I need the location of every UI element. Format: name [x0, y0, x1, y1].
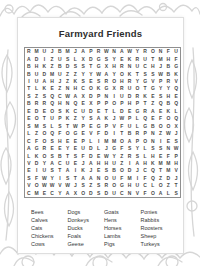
- grid-cell: D: [87, 145, 95, 152]
- grid-cell: T: [87, 63, 95, 70]
- grid-cell: L: [134, 115, 142, 122]
- grid-cell: S: [25, 175, 33, 182]
- grid-cell: E: [157, 152, 165, 159]
- grid-cell: G: [110, 145, 118, 152]
- word-item: Cows: [31, 240, 68, 248]
- grid-cell: N: [95, 175, 103, 182]
- grid-cell: O: [157, 182, 165, 189]
- grid-cell: P: [103, 122, 111, 129]
- grid-cell: R: [134, 55, 142, 62]
- grid-cell: U: [33, 78, 41, 85]
- grid-cell: O: [149, 190, 157, 197]
- grid-cell: P: [126, 115, 134, 122]
- grid-cell: G: [141, 122, 149, 129]
- grid-cell: V: [149, 78, 157, 85]
- grid-cell: M: [110, 137, 118, 144]
- grid-cell: S: [172, 137, 180, 144]
- grid-cell: Y: [41, 160, 49, 167]
- grid-cell: A: [126, 137, 134, 144]
- grid-cell: T: [118, 130, 126, 137]
- grid-cell: U: [110, 175, 118, 182]
- grid-cell: P: [95, 93, 103, 100]
- grid-cell: S: [103, 167, 111, 174]
- grid-cell: R: [141, 48, 149, 55]
- grid-cell: G: [141, 78, 149, 85]
- grid-cell: J: [110, 115, 118, 122]
- grid-cell: G: [172, 63, 180, 70]
- grid-cell: R: [165, 78, 173, 85]
- grid-cell: N: [64, 100, 72, 107]
- grid-cell: N: [157, 48, 165, 55]
- grid-cell: T: [149, 55, 157, 62]
- grid-cell: Y: [134, 48, 142, 55]
- grid-cell: Z: [33, 130, 41, 137]
- word-item: Ducks: [68, 224, 105, 232]
- grid-cell: I: [157, 137, 165, 144]
- grid-cell: C: [56, 160, 64, 167]
- grid-cell: T: [172, 182, 180, 189]
- word-item: Lambs: [104, 232, 141, 240]
- grid-cell: D: [87, 55, 95, 62]
- grid-cell: C: [141, 63, 149, 70]
- grid-cell: K: [141, 93, 149, 100]
- word-column: PoniesRabbitsRoostersSheepTurkeys: [141, 208, 178, 248]
- grid-cell: S: [48, 167, 56, 174]
- grid-cell: U: [79, 108, 87, 115]
- grid-cell: E: [157, 108, 165, 115]
- grid-cell: J: [56, 78, 64, 85]
- grid-cell: K: [64, 108, 72, 115]
- grid-cell: A: [25, 55, 33, 62]
- grid-cell: S: [79, 63, 87, 70]
- grid-cell: N: [110, 48, 118, 55]
- grid-cell: M: [103, 137, 111, 144]
- grid-cell: M: [157, 160, 165, 167]
- grid-cell: Q: [48, 100, 56, 107]
- grid-cell: T: [141, 85, 149, 92]
- grid-cell: H: [141, 160, 149, 167]
- grid-cell: V: [87, 130, 95, 137]
- grid-cell: Q: [48, 130, 56, 137]
- grid-cell: G: [118, 182, 126, 189]
- grid-cell: L: [141, 145, 149, 152]
- grid-cell: A: [87, 160, 95, 167]
- grid-cell: B: [56, 48, 64, 55]
- grid-cell: S: [64, 175, 72, 182]
- grid-cell: G: [72, 130, 80, 137]
- grid-cell: O: [87, 85, 95, 92]
- grid-cell: W: [172, 145, 180, 152]
- grid-cell: O: [165, 122, 173, 129]
- grid-cell: D: [41, 70, 49, 77]
- grid-cell: Q: [141, 115, 149, 122]
- grid-cell: P: [157, 78, 165, 85]
- grid-cell: O: [79, 190, 87, 197]
- grid-cell: E: [25, 108, 33, 115]
- grid-cell: E: [95, 152, 103, 159]
- grid-cell: F: [165, 152, 173, 159]
- grid-cell: X: [87, 100, 95, 107]
- grid-cell: S: [25, 122, 33, 129]
- grid-cell: Z: [72, 115, 80, 122]
- grid-cell: S: [149, 70, 157, 77]
- grid-cell: E: [72, 160, 80, 167]
- grid-cell: X: [79, 55, 87, 62]
- grid-cell: K: [126, 70, 134, 77]
- grid-cell: P: [134, 137, 142, 144]
- grid-cell: M: [165, 160, 173, 167]
- grid-cell: B: [56, 152, 64, 159]
- grid-cell: Z: [72, 70, 80, 77]
- grid-cell: E: [149, 93, 157, 100]
- grid-cell: K: [165, 108, 173, 115]
- grid-cell: D: [87, 93, 95, 100]
- grid-cell: U: [110, 160, 118, 167]
- grid-cell: Z: [157, 130, 165, 137]
- grid-cell: E: [172, 93, 180, 100]
- grid-cell: Y: [134, 78, 142, 85]
- grid-cell: U: [41, 167, 49, 174]
- grid-cell: E: [25, 167, 33, 174]
- grid-cell: A: [25, 145, 33, 152]
- grid-cell: F: [165, 48, 173, 55]
- grid-cell: A: [157, 190, 165, 197]
- grid-cell: H: [149, 152, 157, 159]
- grid-cell: M: [157, 55, 165, 62]
- grid-cell: P: [134, 100, 142, 107]
- grid-cell: T: [141, 100, 149, 107]
- grid-cell: Y: [79, 70, 87, 77]
- grid-cell: F: [95, 130, 103, 137]
- grid-cell: Z: [149, 100, 157, 107]
- grid-cell: H: [118, 78, 126, 85]
- grid-cell: M: [126, 175, 134, 182]
- grid-cell: R: [118, 85, 126, 92]
- grid-cell: E: [118, 55, 126, 62]
- grid-cell: E: [25, 115, 33, 122]
- grid-cell: A: [72, 93, 80, 100]
- grid-cell: Y: [79, 115, 87, 122]
- grid-cell: K: [64, 115, 72, 122]
- grid-cell: E: [79, 130, 87, 137]
- grid-cell: Z: [64, 70, 72, 77]
- grid-cell: Y: [56, 190, 64, 197]
- grid-cell: E: [72, 145, 80, 152]
- grid-cell: N: [103, 93, 111, 100]
- letter-grid: RMUJBMJAPRWNAWYRONFUADIZUSLXDGSYEKRUTMHF…: [24, 47, 181, 198]
- grid-cell: A: [134, 160, 142, 167]
- grid-cell: A: [64, 190, 72, 197]
- grid-cell: Z: [33, 93, 41, 100]
- grid-cell: S: [72, 63, 80, 70]
- grid-cell: S: [72, 152, 80, 159]
- word-item: Donkeys: [68, 216, 105, 224]
- grid-cell: E: [72, 137, 80, 144]
- grid-cell: A: [79, 48, 87, 55]
- grid-cell: Z: [87, 182, 95, 189]
- word-item: Calves: [31, 216, 68, 224]
- grid-cell: S: [103, 55, 111, 62]
- grid-cell: A: [103, 70, 111, 77]
- grid-cell: I: [72, 167, 80, 174]
- grid-cell: Q: [149, 175, 157, 182]
- grid-cell: F: [118, 122, 126, 129]
- grid-cell: W: [157, 70, 165, 77]
- grid-cell: L: [141, 152, 149, 159]
- grid-cell: S: [87, 115, 95, 122]
- grid-cell: Q: [172, 85, 180, 92]
- grid-cell: S: [95, 182, 103, 189]
- grid-cell: L: [72, 55, 80, 62]
- grid-cell: W: [72, 122, 80, 129]
- grid-cell: Q: [149, 167, 157, 174]
- grid-cell: U: [110, 190, 118, 197]
- grid-cell: U: [41, 48, 49, 55]
- grid-cell: X: [110, 85, 118, 92]
- grid-cell: L: [149, 182, 157, 189]
- grid-cell: C: [48, 190, 56, 197]
- grid-cell: U: [126, 122, 134, 129]
- grid-cell: Q: [157, 100, 165, 107]
- grid-cell: W: [95, 70, 103, 77]
- grid-cell: C: [56, 93, 64, 100]
- grid-cell: K: [172, 70, 180, 77]
- grid-cell: F: [141, 175, 149, 182]
- grid-cell: Y: [64, 145, 72, 152]
- grid-cell: O: [33, 182, 41, 189]
- grid-cell: W: [64, 93, 72, 100]
- grid-cell: H: [33, 63, 41, 70]
- puzzle-title: Farmyard Friends: [18, 18, 183, 39]
- grid-cell: U: [48, 115, 56, 122]
- grid-cell: O: [157, 122, 165, 129]
- grid-cell: O: [110, 100, 118, 107]
- grid-cell: D: [33, 55, 41, 62]
- grid-cell: Q: [72, 100, 80, 107]
- grid-cell: K: [41, 63, 49, 70]
- grid-cell: U: [172, 48, 180, 55]
- grid-cell: G: [95, 122, 103, 129]
- grid-cell: A: [87, 175, 95, 182]
- grid-cell: H: [48, 78, 56, 85]
- grid-cell: H: [56, 100, 64, 107]
- grid-cell: I: [56, 175, 64, 182]
- grid-cell: V: [25, 182, 33, 189]
- grid-cell: C: [25, 137, 33, 144]
- grid-cell: W: [103, 152, 111, 159]
- grid-cell: R: [118, 63, 126, 70]
- grid-cell: C: [118, 190, 126, 197]
- grid-cell: H: [126, 182, 134, 189]
- grid-cell: Z: [48, 63, 56, 70]
- grid-cell: G: [33, 145, 41, 152]
- grid-cell: U: [56, 55, 64, 62]
- grid-cell: O: [33, 115, 41, 122]
- grid-cell: K: [103, 115, 111, 122]
- grid-cell: L: [25, 152, 33, 159]
- grid-cell: K: [41, 85, 49, 92]
- grid-cell: T: [72, 175, 80, 182]
- grid-cell: D: [87, 190, 95, 197]
- grid-cell: O: [110, 78, 118, 85]
- grid-cell: B: [110, 167, 118, 174]
- grid-cell: E: [149, 115, 157, 122]
- grid-cell: A: [149, 108, 157, 115]
- word-item: Roosters: [141, 224, 178, 232]
- grid-cell: P: [118, 100, 126, 107]
- grid-cell: T: [64, 122, 72, 129]
- grid-cell: S: [79, 182, 87, 189]
- grid-cell: V: [56, 182, 64, 189]
- grid-cell: B: [149, 122, 157, 129]
- grid-cell: P: [56, 115, 64, 122]
- grid-cell: T: [134, 70, 142, 77]
- grid-cell: B: [25, 70, 33, 77]
- grid-cell: F: [56, 130, 64, 137]
- grid-cell: B: [165, 63, 173, 70]
- grid-cell: P: [172, 152, 180, 159]
- grid-cell: V: [172, 78, 180, 85]
- grid-cell: L: [25, 130, 33, 137]
- grid-cell: E: [95, 108, 103, 115]
- grid-cell: Y: [87, 70, 95, 77]
- grid-cell: K: [79, 167, 87, 174]
- grid-cell: V: [25, 160, 33, 167]
- grid-cell: R: [134, 93, 142, 100]
- grid-cell: U: [64, 160, 72, 167]
- grid-cell: P: [103, 100, 111, 107]
- grid-cell: Z: [165, 182, 173, 189]
- grid-cell: A: [79, 175, 87, 182]
- grid-cell: O: [64, 130, 72, 137]
- grid-cell: Y: [48, 175, 56, 182]
- grid-cell: U: [141, 55, 149, 62]
- grid-cell: Z: [48, 55, 56, 62]
- grid-cell: E: [87, 122, 95, 129]
- grid-cell: D: [103, 130, 111, 137]
- grid-cell: B: [165, 100, 173, 107]
- grid-cell: C: [79, 85, 87, 92]
- grid-cell: R: [41, 100, 49, 107]
- grid-cell: M: [33, 122, 41, 129]
- grid-cell: B: [25, 100, 33, 107]
- grid-cell: W: [41, 182, 49, 189]
- grid-cell: X: [72, 190, 80, 197]
- word-item: Ponies: [141, 208, 178, 216]
- grid-cell: N: [149, 130, 157, 137]
- grid-cell: N: [149, 137, 157, 144]
- word-item: Foals: [68, 232, 105, 240]
- grid-cell: F: [172, 55, 180, 62]
- grid-cell: H: [172, 160, 180, 167]
- grid-cell: S: [141, 70, 149, 77]
- grid-cell: S: [95, 78, 103, 85]
- grid-cell: K: [126, 55, 134, 62]
- grid-cell: Y: [110, 152, 118, 159]
- grid-cell: Z: [118, 160, 126, 167]
- grid-cell: C: [141, 167, 149, 174]
- grid-cell: H: [165, 55, 173, 62]
- grid-cell: L: [95, 145, 103, 152]
- grid-cell: O: [118, 167, 126, 174]
- grid-cell: R: [33, 100, 41, 107]
- grid-cell: O: [110, 182, 118, 189]
- grid-cell: G: [149, 85, 157, 92]
- grid-cell: E: [126, 108, 134, 115]
- grid-cell: J: [103, 145, 111, 152]
- grid-cell: P: [141, 130, 149, 137]
- grid-cell: Y: [134, 145, 142, 152]
- grid-cell: S: [95, 190, 103, 197]
- grid-cell: A: [41, 78, 49, 85]
- grid-cell: O: [118, 137, 126, 144]
- grid-cell: F: [157, 115, 165, 122]
- grid-cell: F: [33, 175, 41, 182]
- word-item: Rabbits: [141, 216, 178, 224]
- grid-cell: S: [157, 93, 165, 100]
- grid-cell: F: [118, 175, 126, 182]
- grid-cell: S: [56, 122, 64, 129]
- grid-cell: H: [72, 85, 80, 92]
- grid-cell: R: [126, 78, 134, 85]
- grid-cell: S: [56, 108, 64, 115]
- grid-cell: P: [79, 137, 87, 144]
- grid-cell: N: [64, 85, 72, 92]
- grid-cell: O: [118, 70, 126, 77]
- puzzle-card: Farmyard Friends RMUJBMJAPRWNAWYRONFUADI…: [17, 17, 184, 254]
- grid-cell: E: [48, 85, 56, 92]
- word-column: GoatsHensHorsesLambsPigs: [104, 208, 141, 248]
- grid-cell: N: [126, 63, 134, 70]
- grid-cell: I: [110, 130, 118, 137]
- grid-cell: H: [126, 100, 134, 107]
- grid-cell: O: [48, 108, 56, 115]
- grid-cell: H: [56, 137, 64, 144]
- grid-cell: D: [87, 152, 95, 159]
- grid-cell: U: [118, 93, 126, 100]
- grid-cell: J: [87, 167, 95, 174]
- grid-cell: J: [134, 167, 142, 174]
- grid-cell: S: [126, 145, 134, 152]
- grid-cell: J: [157, 63, 165, 70]
- grid-cell: B: [126, 130, 134, 137]
- grid-cell: D: [126, 167, 134, 174]
- grid-cell: I: [110, 93, 118, 100]
- grid-cell: D: [118, 108, 126, 115]
- grid-cell: Z: [64, 78, 72, 85]
- grid-cell: Z: [118, 152, 126, 159]
- grid-cell: M: [48, 70, 56, 77]
- grid-cell: U: [126, 85, 134, 92]
- grid-cell: M: [64, 48, 72, 55]
- grid-cell: W: [103, 48, 111, 55]
- grid-cell: D: [87, 108, 95, 115]
- grid-cell: M: [33, 190, 41, 197]
- grid-cell: S: [48, 152, 56, 159]
- word-item: Bees: [31, 208, 68, 216]
- grid-cell: R: [41, 145, 49, 152]
- grid-cell: L: [165, 190, 173, 197]
- grid-cell: I: [134, 175, 142, 182]
- grid-cell: W: [48, 182, 56, 189]
- grid-cell: H: [95, 160, 103, 167]
- grid-cell: T: [25, 85, 33, 92]
- grid-cell: W: [126, 48, 134, 55]
- grid-cell: D: [126, 93, 134, 100]
- word-item: Hens: [104, 216, 141, 224]
- word-list: BeesCalvesCatsChickensCowsDogsDonkeysDuc…: [31, 208, 177, 248]
- grid-cell: R: [25, 48, 33, 55]
